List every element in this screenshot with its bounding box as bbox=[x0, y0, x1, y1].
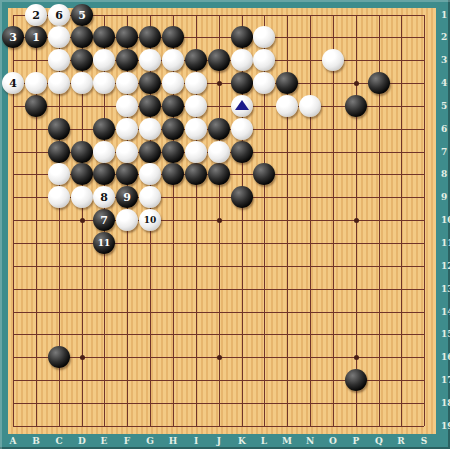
go-board-frame: 5319711264810ABCDEFGHIJKLMNOPQRS12345678… bbox=[0, 0, 450, 449]
col-label-E: E bbox=[101, 437, 108, 446]
stone-white-C9[interactable] bbox=[48, 186, 70, 208]
row-label-4: 4 bbox=[441, 79, 447, 88]
grid-hline bbox=[13, 426, 424, 427]
grid-vline bbox=[310, 15, 311, 426]
grid-hline bbox=[13, 289, 424, 290]
stone-white-E9[interactable]: 8 bbox=[93, 186, 115, 208]
col-label-H: H bbox=[169, 437, 178, 446]
row-label-5: 5 bbox=[441, 102, 447, 111]
stone-black-B5[interactable] bbox=[25, 95, 47, 117]
star-point-P4 bbox=[354, 81, 359, 86]
row-label-18: 18 bbox=[441, 399, 450, 408]
col-label-L: L bbox=[261, 437, 267, 446]
stone-white-F5[interactable] bbox=[116, 95, 138, 117]
stone-white-C1[interactable]: 6 bbox=[48, 4, 70, 26]
grid-vline bbox=[401, 15, 402, 426]
grid-hline bbox=[13, 243, 424, 244]
stone-black-K2[interactable] bbox=[231, 26, 253, 48]
col-label-O: O bbox=[329, 437, 337, 446]
stone-white-N5[interactable] bbox=[299, 95, 321, 117]
stone-black-F3[interactable] bbox=[116, 49, 138, 71]
stone-white-I4[interactable] bbox=[185, 72, 207, 94]
stone-black-H6[interactable] bbox=[162, 118, 184, 140]
stone-white-K3[interactable] bbox=[231, 49, 253, 71]
stone-black-D3[interactable] bbox=[71, 49, 93, 71]
stone-black-F9[interactable]: 9 bbox=[116, 186, 138, 208]
row-label-6: 6 bbox=[441, 125, 447, 134]
stone-white-C8[interactable] bbox=[48, 163, 70, 185]
col-label-B: B bbox=[32, 437, 40, 446]
stone-white-H3[interactable] bbox=[162, 49, 184, 71]
row-label-8: 8 bbox=[441, 170, 447, 179]
stone-black-C6[interactable] bbox=[48, 118, 70, 140]
stone-black-E8[interactable] bbox=[93, 163, 115, 185]
stone-black-P17[interactable] bbox=[345, 369, 367, 391]
col-label-F: F bbox=[124, 437, 130, 446]
row-label-3: 3 bbox=[441, 56, 447, 65]
row-label-2: 2 bbox=[441, 33, 447, 42]
col-label-S: S bbox=[421, 437, 428, 446]
stone-black-Q4[interactable] bbox=[368, 72, 390, 94]
grid-hline bbox=[13, 312, 424, 313]
stone-black-F8[interactable] bbox=[116, 163, 138, 185]
stone-black-I3[interactable] bbox=[185, 49, 207, 71]
col-label-C: C bbox=[55, 437, 62, 446]
stone-white-E4[interactable] bbox=[93, 72, 115, 94]
stone-black-D1[interactable]: 5 bbox=[71, 4, 93, 26]
stone-black-C7[interactable] bbox=[48, 141, 70, 163]
stone-black-E2[interactable] bbox=[93, 26, 115, 48]
stone-white-F7[interactable] bbox=[116, 141, 138, 163]
stone-white-M5[interactable] bbox=[276, 95, 298, 117]
grid-vline bbox=[333, 15, 334, 426]
row-label-1: 1 bbox=[441, 11, 447, 20]
stone-white-I7[interactable] bbox=[185, 141, 207, 163]
stone-black-F2[interactable] bbox=[116, 26, 138, 48]
row-label-16: 16 bbox=[441, 353, 450, 362]
stone-black-J8[interactable] bbox=[208, 163, 230, 185]
grid-hline bbox=[13, 266, 424, 267]
col-label-Q: Q bbox=[375, 437, 383, 446]
star-point-J4 bbox=[217, 81, 222, 86]
row-label-15: 15 bbox=[441, 330, 450, 339]
stone-black-J6[interactable] bbox=[208, 118, 230, 140]
go-board[interactable] bbox=[8, 8, 436, 434]
star-point-J10 bbox=[217, 218, 222, 223]
stone-black-A2[interactable]: 3 bbox=[2, 26, 24, 48]
stone-black-H8[interactable] bbox=[162, 163, 184, 185]
star-point-J16 bbox=[217, 355, 222, 360]
stone-white-L2[interactable] bbox=[253, 26, 275, 48]
stone-white-F4[interactable] bbox=[116, 72, 138, 94]
stone-white-H4[interactable] bbox=[162, 72, 184, 94]
stone-white-B4[interactable] bbox=[25, 72, 47, 94]
stone-black-K4[interactable] bbox=[231, 72, 253, 94]
col-label-M: M bbox=[282, 437, 292, 446]
row-label-11: 11 bbox=[441, 239, 450, 248]
stone-black-E10[interactable]: 7 bbox=[93, 209, 115, 231]
grid-vline bbox=[424, 15, 425, 426]
star-point-P10 bbox=[354, 218, 359, 223]
stone-white-F10[interactable] bbox=[116, 209, 138, 231]
stone-black-G2[interactable] bbox=[139, 26, 161, 48]
row-label-7: 7 bbox=[441, 148, 447, 157]
stone-black-M4[interactable] bbox=[276, 72, 298, 94]
stone-black-G5[interactable] bbox=[139, 95, 161, 117]
row-label-10: 10 bbox=[441, 216, 450, 225]
stone-white-K6[interactable] bbox=[231, 118, 253, 140]
stone-black-D2[interactable] bbox=[71, 26, 93, 48]
stone-white-E7[interactable] bbox=[93, 141, 115, 163]
stone-black-B2[interactable]: 1 bbox=[25, 26, 47, 48]
stone-white-C4[interactable] bbox=[48, 72, 70, 94]
stone-black-H5[interactable] bbox=[162, 95, 184, 117]
stone-white-D4[interactable] bbox=[71, 72, 93, 94]
col-label-P: P bbox=[353, 437, 360, 446]
stone-black-C16[interactable] bbox=[48, 346, 70, 368]
stone-white-B1[interactable]: 2 bbox=[25, 4, 47, 26]
col-label-D: D bbox=[78, 437, 86, 446]
col-label-K: K bbox=[238, 437, 246, 446]
stone-white-D9[interactable] bbox=[71, 186, 93, 208]
stone-white-G10[interactable]: 10 bbox=[139, 209, 161, 231]
row-label-17: 17 bbox=[441, 376, 450, 385]
stone-black-K7[interactable] bbox=[231, 141, 253, 163]
stone-white-G3[interactable] bbox=[139, 49, 161, 71]
stone-black-H7[interactable] bbox=[162, 141, 184, 163]
stone-black-G4[interactable] bbox=[139, 72, 161, 94]
stone-black-P5[interactable] bbox=[345, 95, 367, 117]
col-label-I: I bbox=[194, 437, 198, 446]
row-label-9: 9 bbox=[441, 193, 447, 202]
stone-black-E11[interactable]: 11 bbox=[93, 232, 115, 254]
star-point-D16 bbox=[80, 355, 85, 360]
stone-black-H2[interactable] bbox=[162, 26, 184, 48]
stone-white-G9[interactable] bbox=[139, 186, 161, 208]
stone-white-I5[interactable] bbox=[185, 95, 207, 117]
col-label-J: J bbox=[217, 437, 221, 446]
col-label-A: A bbox=[10, 437, 17, 446]
stone-black-K9[interactable] bbox=[231, 186, 253, 208]
stone-white-J7[interactable] bbox=[208, 141, 230, 163]
stone-white-E3[interactable] bbox=[93, 49, 115, 71]
stone-white-G8[interactable] bbox=[139, 163, 161, 185]
stone-white-F6[interactable] bbox=[116, 118, 138, 140]
star-point-D10 bbox=[80, 218, 85, 223]
row-label-13: 13 bbox=[441, 285, 450, 294]
stone-white-C2[interactable] bbox=[48, 26, 70, 48]
stone-black-I8[interactable] bbox=[185, 163, 207, 185]
triangle-marker-icon bbox=[235, 100, 249, 110]
stone-black-D7[interactable] bbox=[71, 141, 93, 163]
stone-black-J3[interactable] bbox=[208, 49, 230, 71]
stone-black-L8[interactable] bbox=[253, 163, 275, 185]
col-label-R: R bbox=[397, 437, 404, 446]
col-label-G: G bbox=[146, 437, 154, 446]
stone-black-G7[interactable] bbox=[139, 141, 161, 163]
grid-hline bbox=[13, 403, 424, 404]
stone-white-L4[interactable] bbox=[253, 72, 275, 94]
grid-hline bbox=[13, 334, 424, 335]
stone-black-E6[interactable] bbox=[93, 118, 115, 140]
stone-white-G6[interactable] bbox=[139, 118, 161, 140]
stone-white-O3[interactable] bbox=[322, 49, 344, 71]
stone-white-I6[interactable] bbox=[185, 118, 207, 140]
row-label-19: 19 bbox=[441, 422, 450, 431]
stone-white-L3[interactable] bbox=[253, 49, 275, 71]
stone-white-A4[interactable]: 4 bbox=[2, 72, 24, 94]
stone-white-C3[interactable] bbox=[48, 49, 70, 71]
row-label-14: 14 bbox=[441, 308, 450, 317]
row-label-12: 12 bbox=[441, 262, 450, 271]
col-label-N: N bbox=[306, 437, 314, 446]
star-point-P16 bbox=[354, 355, 359, 360]
stone-black-D8[interactable] bbox=[71, 163, 93, 185]
